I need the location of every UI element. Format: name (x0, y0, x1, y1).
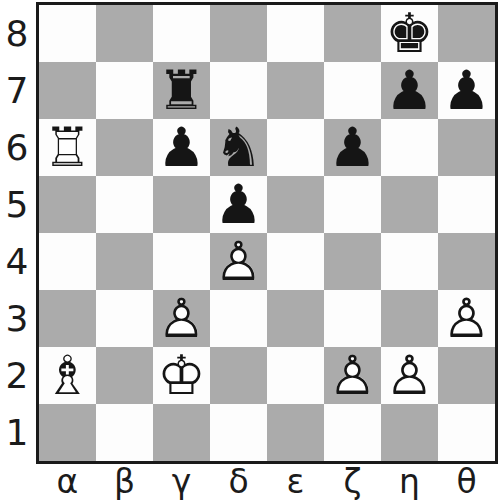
square-ζ5[interactable] (324, 176, 381, 233)
chess-board: ♚♜♟♟♜♖♟♞♟♟♟♙♟♙♟♙♝♗♚♔♟♙♟♙ (36, 2, 498, 464)
square-δ4[interactable]: ♟♙ (210, 233, 267, 290)
square-θ7[interactable]: ♟ (438, 62, 495, 119)
square-α7[interactable] (39, 62, 96, 119)
square-ζ7[interactable] (324, 62, 381, 119)
square-β3[interactable] (96, 290, 153, 347)
square-η7[interactable]: ♟ (381, 62, 438, 119)
square-η2[interactable]: ♟♙ (381, 347, 438, 404)
square-α4[interactable] (39, 233, 96, 290)
file-label-γ: γ (153, 463, 210, 499)
square-θ4[interactable] (438, 233, 495, 290)
square-ε5[interactable] (267, 176, 324, 233)
file-label-ζ: ζ (324, 463, 381, 499)
white-pawn: ♟♙ (153, 290, 210, 347)
square-ε7[interactable] (267, 62, 324, 119)
square-β8[interactable] (96, 5, 153, 62)
square-δ1[interactable] (210, 404, 267, 461)
white-rook: ♜♖ (39, 119, 96, 176)
white-piece-outline: ♙ (324, 347, 381, 404)
square-γ4[interactable] (153, 233, 210, 290)
file-label-ε: ε (267, 463, 324, 499)
rank-labels: 87654321 (0, 5, 34, 461)
square-θ1[interactable] (438, 404, 495, 461)
square-η3[interactable] (381, 290, 438, 347)
square-ζ2[interactable]: ♟♙ (324, 347, 381, 404)
file-label-η: η (381, 463, 438, 499)
white-pawn: ♟♙ (381, 347, 438, 404)
white-bishop: ♝♗ (39, 347, 96, 404)
white-piece-outline: ♙ (438, 290, 495, 347)
black-pawn: ♟ (153, 119, 210, 176)
square-θ2[interactable] (438, 347, 495, 404)
black-pawn: ♟ (324, 119, 381, 176)
square-η1[interactable] (381, 404, 438, 461)
square-θ5[interactable] (438, 176, 495, 233)
square-δ6[interactable]: ♞ (210, 119, 267, 176)
square-δ8[interactable] (210, 5, 267, 62)
square-η4[interactable] (381, 233, 438, 290)
square-α2[interactable]: ♝♗ (39, 347, 96, 404)
square-ζ1[interactable] (324, 404, 381, 461)
square-ε8[interactable] (267, 5, 324, 62)
square-γ5[interactable] (153, 176, 210, 233)
white-pawn: ♟♙ (438, 290, 495, 347)
square-α1[interactable] (39, 404, 96, 461)
square-β4[interactable] (96, 233, 153, 290)
white-pawn: ♟♙ (324, 347, 381, 404)
square-α8[interactable] (39, 5, 96, 62)
square-θ3[interactable]: ♟♙ (438, 290, 495, 347)
square-β7[interactable] (96, 62, 153, 119)
rank-label-8: 8 (0, 5, 34, 62)
white-piece-outline: ♙ (210, 233, 267, 290)
white-piece-outline: ♔ (153, 347, 210, 404)
square-β1[interactable] (96, 404, 153, 461)
square-β2[interactable] (96, 347, 153, 404)
square-η6[interactable] (381, 119, 438, 176)
square-ε6[interactable] (267, 119, 324, 176)
white-pawn: ♟♙ (210, 233, 267, 290)
square-ε2[interactable] (267, 347, 324, 404)
square-γ7[interactable]: ♜ (153, 62, 210, 119)
file-label-β: β (96, 463, 153, 499)
square-ζ4[interactable] (324, 233, 381, 290)
file-labels: αβγδεζηθ (39, 463, 495, 499)
white-piece-outline: ♙ (381, 347, 438, 404)
square-δ2[interactable] (210, 347, 267, 404)
rank-label-3: 3 (0, 290, 34, 347)
white-king: ♚♔ (153, 347, 210, 404)
chess-diagram: 87654321 ♚♜♟♟♜♖♟♞♟♟♟♙♟♙♟♙♝♗♚♔♟♙♟♙ αβγδεζ… (0, 0, 500, 500)
square-η8[interactable]: ♚ (381, 5, 438, 62)
square-η5[interactable] (381, 176, 438, 233)
square-γ1[interactable] (153, 404, 210, 461)
square-α5[interactable] (39, 176, 96, 233)
rank-label-1: 1 (0, 404, 34, 461)
square-ε3[interactable] (267, 290, 324, 347)
square-γ6[interactable]: ♟ (153, 119, 210, 176)
square-δ7[interactable] (210, 62, 267, 119)
black-pawn: ♟ (381, 62, 438, 119)
black-pawn: ♟ (210, 176, 267, 233)
file-label-α: α (39, 463, 96, 499)
square-γ8[interactable] (153, 5, 210, 62)
square-α3[interactable] (39, 290, 96, 347)
square-γ3[interactable]: ♟♙ (153, 290, 210, 347)
square-ζ3[interactable] (324, 290, 381, 347)
square-δ5[interactable]: ♟ (210, 176, 267, 233)
white-piece-outline: ♖ (39, 119, 96, 176)
square-θ6[interactable] (438, 119, 495, 176)
white-piece-outline: ♗ (39, 347, 96, 404)
black-knight: ♞ (210, 119, 267, 176)
rank-label-5: 5 (0, 176, 34, 233)
rank-label-6: 6 (0, 119, 34, 176)
rank-label-7: 7 (0, 62, 34, 119)
square-ε1[interactable] (267, 404, 324, 461)
black-rook: ♜ (153, 62, 210, 119)
rank-label-2: 2 (0, 347, 34, 404)
square-ζ8[interactable] (324, 5, 381, 62)
square-β5[interactable] (96, 176, 153, 233)
rank-label-4: 4 (0, 233, 34, 290)
file-label-θ: θ (438, 463, 495, 499)
square-α6[interactable]: ♜♖ (39, 119, 96, 176)
file-label-δ: δ (210, 463, 267, 499)
white-piece-outline: ♙ (153, 290, 210, 347)
black-pawn: ♟ (438, 62, 495, 119)
square-ζ6[interactable]: ♟ (324, 119, 381, 176)
square-ε4[interactable] (267, 233, 324, 290)
square-γ2[interactable]: ♚♔ (153, 347, 210, 404)
black-king: ♚ (381, 5, 438, 62)
square-θ8[interactable] (438, 5, 495, 62)
square-β6[interactable] (96, 119, 153, 176)
square-δ3[interactable] (210, 290, 267, 347)
